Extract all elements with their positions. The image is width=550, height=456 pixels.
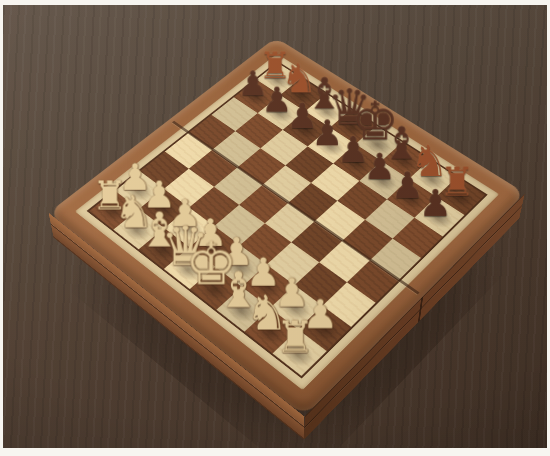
board-top: ♜♞♝♛♚♝♞♜♟♟♟♟♟♟♟♟♟♟♟♟♟♟♟♟♜♞♝♛♚♝♞♜ [48, 37, 524, 416]
pawn-glyph: ♟ [400, 185, 470, 222]
product-photo: ♜♞♝♛♚♝♞♜♟♟♟♟♟♟♟♟♟♟♟♟♟♟♟♟♜♞♝♛♚♝♞♜ [0, 0, 550, 456]
chess-box: ♜♞♝♛♚♝♞♜♟♟♟♟♟♟♟♟♟♟♟♟♟♟♟♟♜♞♝♛♚♝♞♜ [54, 63, 520, 440]
scene: ♜♞♝♛♚♝♞♜♟♟♟♟♟♟♟♟♟♟♟♟♟♟♟♟♜♞♝♛♚♝♞♜ [3, 5, 547, 448]
rook-glyph: ♜ [257, 315, 334, 359]
